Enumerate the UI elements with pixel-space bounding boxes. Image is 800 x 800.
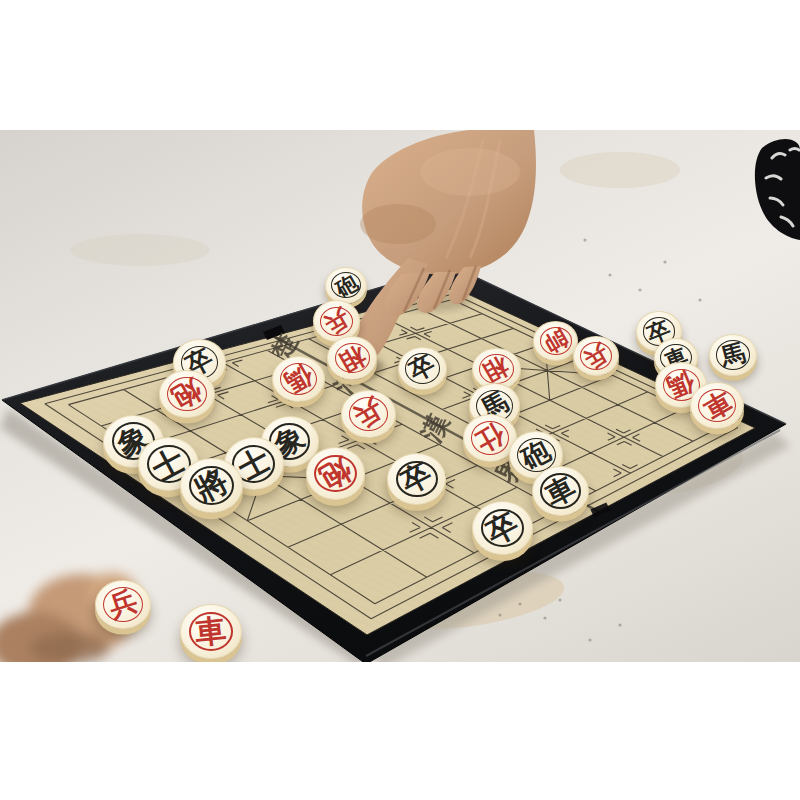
piece-black-soldier[interactable]: 卒 xyxy=(472,501,533,555)
photo: 楚河漢界 砲車兵卒帥馬兵相卒卒相傌傌炮馬車兵仕象象砲士士炮卒將車卒兵車 xyxy=(0,130,800,662)
piece-black-cannon-on-far-rim[interactable]: 砲 xyxy=(325,267,367,304)
piece-black-soldier[interactable]: 卒 xyxy=(387,453,446,505)
piece-red-elephant-under-finger[interactable]: 相 xyxy=(327,336,377,380)
dark-object xyxy=(755,139,800,240)
piece-red-horse[interactable]: 傌 xyxy=(272,356,324,402)
screenshot-page: { "game": "xiangqi", "scene": { "descrip… xyxy=(0,0,800,800)
piece-black-general[interactable]: 將 xyxy=(180,458,243,513)
piece-red-chariot-on-rim[interactable]: 車 xyxy=(690,382,744,430)
piece-red-cannon[interactable]: 炮 xyxy=(306,447,365,499)
piece-red-cannon[interactable]: 炮 xyxy=(159,370,215,419)
piece-red-general[interactable]: 帥 xyxy=(533,321,578,361)
piece-red-chariot-captured[interactable]: 車 xyxy=(180,604,242,659)
piece-black-chariot[interactable]: 車 xyxy=(532,466,589,516)
pointing-hand xyxy=(347,130,536,364)
piece-black-soldier[interactable]: 卒 xyxy=(398,347,448,391)
piece-red-soldier[interactable]: 兵 xyxy=(341,390,395,438)
piece-red-soldier-captured[interactable]: 兵 xyxy=(95,580,151,629)
